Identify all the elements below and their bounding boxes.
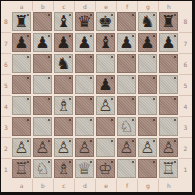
- square-e3: [95, 116, 116, 137]
- dark-square-stamp: [117, 54, 136, 73]
- dark-square-stamp: [96, 117, 115, 136]
- piece-black-pawn: ♟: [35, 34, 49, 51]
- square-c7: ♟: [53, 32, 74, 53]
- square-f3: ♘: [116, 116, 137, 137]
- square-h4: [158, 95, 179, 116]
- piece-white-knight: ♘: [119, 118, 133, 135]
- piece-white-pawn: ♙: [119, 139, 133, 156]
- square-b5: [32, 74, 53, 95]
- piece-white-pawn: ♙: [98, 97, 112, 114]
- rank-label-left-5: 5: [1, 74, 11, 95]
- piece-white-rook: ♖: [161, 160, 175, 177]
- piece-white-bishop: ♗: [56, 160, 70, 177]
- light-square-stamp: [159, 117, 178, 136]
- light-square-stamp: [96, 138, 115, 157]
- piece-black-knight: ♞: [56, 55, 70, 72]
- piece-black-pawn: ♟: [77, 34, 91, 51]
- piece-white-pawn: ♙: [161, 139, 175, 156]
- dark-square-stamp: ♟: [12, 33, 31, 52]
- square-c6: ♞: [53, 53, 74, 74]
- square-b6: [32, 53, 53, 74]
- dark-square-stamp: [33, 96, 52, 115]
- square-c5: [53, 74, 74, 95]
- square-a1: ♖: [11, 158, 32, 179]
- file-label-bottom-c: c: [53, 179, 74, 192]
- dark-square-stamp: ♟: [138, 33, 157, 52]
- piece-black-queen: ♛: [77, 13, 91, 30]
- square-h8: ♜: [158, 11, 179, 32]
- square-h7: ♟: [158, 32, 179, 53]
- light-square-stamp: [75, 117, 94, 136]
- light-square-stamp: ♘: [33, 159, 52, 178]
- rank-label-right-2: 2: [179, 137, 192, 158]
- file-label-top-b: b: [32, 1, 53, 11]
- piece-black-bishop: ♝: [56, 13, 70, 30]
- rank-label-left-2: 2: [1, 137, 11, 158]
- square-d2: ♙: [74, 137, 95, 158]
- square-d6: [74, 53, 95, 74]
- piece-white-rook: ♖: [14, 160, 28, 177]
- piece-black-king: ♚: [98, 13, 112, 30]
- rank-label-right-6: 6: [179, 53, 192, 74]
- rank-label-right-8: 8: [179, 11, 192, 32]
- square-f8: [116, 11, 137, 32]
- light-square-stamp: [33, 75, 52, 94]
- piece-white-pawn: ♙: [77, 139, 91, 156]
- piece-white-king: ♔: [98, 160, 112, 177]
- dark-square-stamp: ♙: [117, 138, 136, 157]
- light-square-stamp: ♜: [12, 12, 31, 31]
- light-square-stamp: ♟: [117, 33, 136, 52]
- dark-square-stamp: [75, 96, 94, 115]
- light-square-stamp: [96, 54, 115, 73]
- square-g6: [137, 53, 158, 74]
- square-g2: ♙: [137, 137, 158, 158]
- square-b8: [32, 11, 53, 32]
- rank-labels-left: 87654321: [1, 11, 11, 179]
- square-a4: [11, 95, 32, 116]
- light-square-stamp: ♞: [54, 54, 73, 73]
- square-g3: [137, 116, 158, 137]
- piece-black-rook: ♜: [161, 13, 175, 30]
- dark-square-stamp: ♜: [159, 12, 178, 31]
- light-square-stamp: [12, 96, 31, 115]
- dark-square-stamp: ♟: [96, 75, 115, 94]
- dark-square-stamp: [54, 117, 73, 136]
- stamp-sheet: abcdefgh 87654321 ♜♝♛♚♞♜♟♟♟♟♝♟♟♟♞♟♗♙♘♙♙♙…: [1, 1, 192, 192]
- file-labels-top: abcdefgh: [11, 1, 179, 11]
- piece-black-pawn: ♟: [140, 34, 154, 51]
- rank-label-left-7: 7: [1, 32, 11, 53]
- square-a7: ♟: [11, 32, 32, 53]
- light-square-stamp: ♞: [138, 12, 157, 31]
- square-c8: ♝: [53, 11, 74, 32]
- square-c4: ♗: [53, 95, 74, 116]
- square-h3: [158, 116, 179, 137]
- square-g4: [137, 95, 158, 116]
- square-c3: [53, 116, 74, 137]
- file-label-bottom-a: a: [11, 179, 32, 192]
- piece-white-pawn: ♙: [14, 139, 28, 156]
- piece-white-pawn: ♙: [35, 139, 49, 156]
- dark-square-stamp: [117, 96, 136, 115]
- rank-label-left-1: 1: [1, 158, 11, 179]
- file-label-top-g: g: [137, 1, 158, 11]
- piece-white-knight: ♘: [35, 160, 49, 177]
- square-f6: [116, 53, 137, 74]
- square-f7: ♟: [116, 32, 137, 53]
- square-e1: ♔: [95, 158, 116, 179]
- square-f1: [116, 158, 137, 179]
- square-c2: ♙: [53, 137, 74, 158]
- rank-labels-right: 87654321: [179, 11, 192, 179]
- square-b1: ♘: [32, 158, 53, 179]
- square-e8: ♚: [95, 11, 116, 32]
- square-a2: ♙: [11, 137, 32, 158]
- square-d1: ♕: [74, 158, 95, 179]
- light-square-stamp: [33, 117, 52, 136]
- dark-square-stamp: [138, 117, 157, 136]
- light-square-stamp: [12, 54, 31, 73]
- dark-square-stamp: [33, 12, 52, 31]
- file-label-bottom-d: d: [74, 179, 95, 192]
- light-square-stamp: ♟: [75, 33, 94, 52]
- square-e7: ♝: [95, 32, 116, 53]
- square-g1: [137, 158, 158, 179]
- square-h6: [158, 53, 179, 74]
- light-square-stamp: [159, 75, 178, 94]
- light-square-stamp: ♝: [54, 12, 73, 31]
- file-label-top-f: f: [116, 1, 137, 11]
- dark-square-stamp: ♙: [33, 138, 52, 157]
- rank-label-right-4: 4: [179, 95, 192, 116]
- dark-square-stamp: [138, 159, 157, 178]
- rank-label-left-8: 8: [1, 11, 11, 32]
- piece-black-knight: ♞: [140, 13, 154, 30]
- light-square-stamp: [117, 75, 136, 94]
- file-label-bottom-b: b: [32, 179, 53, 192]
- light-square-stamp: ♖: [159, 159, 178, 178]
- dark-square-stamp: ♙: [75, 138, 94, 157]
- file-labels-bottom: abcdefgh: [11, 179, 179, 192]
- piece-black-pawn: ♟: [119, 34, 133, 51]
- dark-square-stamp: [159, 96, 178, 115]
- dark-square-stamp: [138, 75, 157, 94]
- square-d3: [74, 116, 95, 137]
- square-e4: ♙: [95, 95, 116, 116]
- piece-black-bishop: ♝: [98, 34, 112, 51]
- light-square-stamp: ♗: [54, 96, 73, 115]
- piece-black-pawn: ♟: [98, 76, 112, 93]
- light-square-stamp: ♚: [96, 12, 115, 31]
- square-d8: ♛: [74, 11, 95, 32]
- square-a3: [11, 116, 32, 137]
- square-b7: ♟: [32, 32, 53, 53]
- piece-white-pawn: ♙: [140, 139, 154, 156]
- square-h2: ♙: [158, 137, 179, 158]
- piece-black-pawn: ♟: [161, 34, 175, 51]
- dark-square-stamp: ♖: [12, 159, 31, 178]
- file-label-bottom-g: g: [137, 179, 158, 192]
- light-square-stamp: ♙: [138, 138, 157, 157]
- light-square-stamp: ♙: [12, 138, 31, 157]
- square-d4: [74, 95, 95, 116]
- square-h1: ♖: [158, 158, 179, 179]
- light-square-stamp: ♟: [159, 33, 178, 52]
- rank-label-right-7: 7: [179, 32, 192, 53]
- dark-square-stamp: [12, 75, 31, 94]
- rank-label-left-3: 3: [1, 116, 11, 137]
- square-f2: ♙: [116, 137, 137, 158]
- file-label-top-h: h: [158, 1, 179, 11]
- piece-black-pawn: ♟: [14, 34, 28, 51]
- square-a8: ♜: [11, 11, 32, 32]
- light-square-stamp: ♙: [96, 96, 115, 115]
- square-g5: [137, 74, 158, 95]
- square-e6: [95, 53, 116, 74]
- light-square-stamp: ♙: [54, 138, 73, 157]
- file-label-top-d: d: [74, 1, 95, 11]
- dark-square-stamp: [12, 117, 31, 136]
- rank-label-right-3: 3: [179, 116, 192, 137]
- dark-square-stamp: ♙: [159, 138, 178, 157]
- square-e5: ♟: [95, 74, 116, 95]
- file-label-top-a: a: [11, 1, 32, 11]
- file-label-bottom-f: f: [116, 179, 137, 192]
- light-square-stamp: ♕: [75, 159, 94, 178]
- square-g8: ♞: [137, 11, 158, 32]
- dark-square-stamp: [54, 75, 73, 94]
- square-f5: [116, 74, 137, 95]
- dark-square-stamp: ♛: [75, 12, 94, 31]
- dark-square-stamp: [75, 54, 94, 73]
- file-label-bottom-h: h: [158, 179, 179, 192]
- light-square-stamp: [117, 159, 136, 178]
- rank-label-right-1: 1: [179, 158, 192, 179]
- square-e2: [95, 137, 116, 158]
- square-b2: ♙: [32, 137, 53, 158]
- square-c1: ♗: [53, 158, 74, 179]
- file-label-top-c: c: [53, 1, 74, 11]
- dark-square-stamp: [33, 54, 52, 73]
- rank-label-right-5: 5: [179, 74, 192, 95]
- square-b3: [32, 116, 53, 137]
- dark-square-stamp: ♗: [54, 159, 73, 178]
- square-a6: [11, 53, 32, 74]
- rank-label-left-6: 6: [1, 53, 11, 74]
- light-square-stamp: ♘: [117, 117, 136, 136]
- light-square-stamp: ♟: [33, 33, 52, 52]
- file-label-top-e: e: [95, 1, 116, 11]
- piece-white-pawn: ♙: [56, 139, 70, 156]
- dark-square-stamp: ♝: [96, 33, 115, 52]
- dark-square-stamp: ♔: [96, 159, 115, 178]
- square-d5: [74, 74, 95, 95]
- dark-square-stamp: [117, 12, 136, 31]
- rank-label-left-4: 4: [1, 95, 11, 116]
- square-d7: ♟: [74, 32, 95, 53]
- light-square-stamp: [75, 75, 94, 94]
- piece-black-rook: ♜: [14, 13, 28, 30]
- dark-square-stamp: [159, 54, 178, 73]
- square-b4: [32, 95, 53, 116]
- light-square-stamp: [138, 54, 157, 73]
- piece-white-bishop: ♗: [56, 97, 70, 114]
- piece-black-pawn: ♟: [56, 34, 70, 51]
- square-f4: [116, 95, 137, 116]
- dark-square-stamp: ♟: [54, 33, 73, 52]
- file-label-bottom-e: e: [95, 179, 116, 192]
- square-a5: [11, 74, 32, 95]
- square-h5: [158, 74, 179, 95]
- chess-board: ♜♝♛♚♞♜♟♟♟♟♝♟♟♟♞♟♗♙♘♙♙♙♙♙♙♙♖♘♗♕♔♖: [11, 11, 179, 179]
- light-square-stamp: [138, 96, 157, 115]
- piece-white-queen: ♕: [77, 160, 91, 177]
- square-g7: ♟: [137, 32, 158, 53]
